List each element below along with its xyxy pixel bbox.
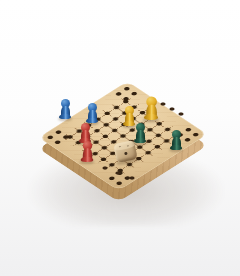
edge-hole [115,171,121,175]
home-hole [53,129,63,135]
home-hole [114,91,124,97]
peg-base [170,145,182,150]
edge-hole [129,176,135,180]
home-hole [129,90,139,96]
peg-green-1[interactable] [134,123,146,143]
home-hole [53,139,63,145]
die-pip [119,145,121,147]
home-hole [107,175,117,181]
home-hole [114,180,124,186]
home-hole [183,137,193,143]
product-photo-scene [0,0,240,276]
home-hole [183,127,193,133]
home-hole [45,134,55,140]
peg-base [134,138,146,143]
home-hole [121,96,131,102]
peg-red-2[interactable] [81,141,94,162]
home-hole [122,86,132,92]
peg-red-1[interactable] [79,123,91,143]
peg-base [59,114,71,119]
die-pip [127,145,129,147]
peg-blue-1[interactable] [59,99,71,119]
die-pip [124,152,127,155]
edge-hole [178,112,184,116]
edge-hole [169,107,175,111]
edge-hole [160,102,166,106]
home-hole [191,131,201,137]
peg-green-2[interactable] [170,130,182,150]
peg-base [144,114,158,120]
peg-yellow-1[interactable] [144,96,158,120]
peg-base [81,157,94,162]
peg-blue-2[interactable] [86,103,98,123]
home-hole [61,134,71,140]
edge-hole [102,166,108,170]
